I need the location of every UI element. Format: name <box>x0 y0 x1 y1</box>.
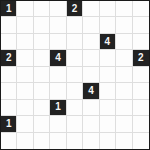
cell-r7c7[interactable] <box>116 116 132 132</box>
cell-r6c7[interactable] <box>116 100 132 116</box>
cell-r8c2[interactable] <box>34 133 50 149</box>
cell-r2c3[interactable] <box>50 34 66 50</box>
cell-r3c1[interactable] <box>17 50 33 66</box>
cell-r1c4[interactable] <box>67 17 83 33</box>
clue-cell-r6c3: 1 <box>50 100 66 116</box>
cell-r7c4[interactable] <box>67 116 83 132</box>
cell-r7c5[interactable] <box>83 116 99 132</box>
akari-board: 124242411 <box>0 0 150 150</box>
cell-r1c7[interactable] <box>116 17 132 33</box>
clue-cell-r3c3: 4 <box>50 50 66 66</box>
cell-r2c2[interactable] <box>34 34 50 50</box>
cell-r4c7[interactable] <box>116 67 132 83</box>
cell-r1c5[interactable] <box>83 17 99 33</box>
cell-r3c4[interactable] <box>67 50 83 66</box>
cell-r8c3[interactable] <box>50 133 66 149</box>
cell-r6c1[interactable] <box>17 100 33 116</box>
cell-r4c5[interactable] <box>83 67 99 83</box>
cell-r6c0[interactable] <box>1 100 17 116</box>
cell-r4c2[interactable] <box>34 67 50 83</box>
cell-r8c5[interactable] <box>83 133 99 149</box>
cell-r4c8[interactable] <box>133 67 149 83</box>
cell-r5c7[interactable] <box>116 83 132 99</box>
cell-r5c1[interactable] <box>17 83 33 99</box>
cell-r1c1[interactable] <box>17 17 33 33</box>
cell-r4c1[interactable] <box>17 67 33 83</box>
cell-r2c8[interactable] <box>133 34 149 50</box>
clue-cell-r3c0: 2 <box>1 50 17 66</box>
cell-r0c2[interactable] <box>34 1 50 17</box>
cell-r4c6[interactable] <box>100 67 116 83</box>
clue-cell-r3c8: 2 <box>133 50 149 66</box>
cell-r2c7[interactable] <box>116 34 132 50</box>
cell-r7c3[interactable] <box>50 116 66 132</box>
cell-r3c2[interactable] <box>34 50 50 66</box>
cell-r6c4[interactable] <box>67 100 83 116</box>
cell-r3c6[interactable] <box>100 50 116 66</box>
clue-cell-r5c5: 4 <box>83 83 99 99</box>
cell-r0c5[interactable] <box>83 1 99 17</box>
clue-cell-r0c0: 1 <box>1 1 17 17</box>
cell-r0c8[interactable] <box>133 1 149 17</box>
cell-r5c4[interactable] <box>67 83 83 99</box>
cell-r7c8[interactable] <box>133 116 149 132</box>
cell-r4c3[interactable] <box>50 67 66 83</box>
cell-r8c0[interactable] <box>1 133 17 149</box>
cell-r1c6[interactable] <box>100 17 116 33</box>
cell-r0c3[interactable] <box>50 1 66 17</box>
cell-r5c8[interactable] <box>133 83 149 99</box>
cell-r3c5[interactable] <box>83 50 99 66</box>
cell-r7c2[interactable] <box>34 116 50 132</box>
cell-r0c6[interactable] <box>100 1 116 17</box>
cell-r2c1[interactable] <box>17 34 33 50</box>
cell-r8c8[interactable] <box>133 133 149 149</box>
cell-r8c6[interactable] <box>100 133 116 149</box>
cell-r7c1[interactable] <box>17 116 33 132</box>
cell-r6c5[interactable] <box>83 100 99 116</box>
clue-cell-r0c4: 2 <box>67 1 83 17</box>
cell-r5c6[interactable] <box>100 83 116 99</box>
cell-r0c1[interactable] <box>17 1 33 17</box>
cell-r5c2[interactable] <box>34 83 50 99</box>
cell-r6c2[interactable] <box>34 100 50 116</box>
cell-r4c0[interactable] <box>1 67 17 83</box>
cell-r1c3[interactable] <box>50 17 66 33</box>
cell-r0c7[interactable] <box>116 1 132 17</box>
clue-cell-r2c6: 4 <box>100 34 116 50</box>
cell-r4c4[interactable] <box>67 67 83 83</box>
cell-r6c6[interactable] <box>100 100 116 116</box>
cell-r6c8[interactable] <box>133 100 149 116</box>
clue-cell-r7c0: 1 <box>1 116 17 132</box>
cell-r8c7[interactable] <box>116 133 132 149</box>
cell-r1c8[interactable] <box>133 17 149 33</box>
cell-r5c3[interactable] <box>50 83 66 99</box>
cell-r2c0[interactable] <box>1 34 17 50</box>
cell-r5c0[interactable] <box>1 83 17 99</box>
cell-r1c2[interactable] <box>34 17 50 33</box>
cell-r2c4[interactable] <box>67 34 83 50</box>
cell-r8c4[interactable] <box>67 133 83 149</box>
cell-r8c1[interactable] <box>17 133 33 149</box>
cell-r7c6[interactable] <box>100 116 116 132</box>
cell-r2c5[interactable] <box>83 34 99 50</box>
cell-r1c0[interactable] <box>1 17 17 33</box>
cell-r3c7[interactable] <box>116 50 132 66</box>
